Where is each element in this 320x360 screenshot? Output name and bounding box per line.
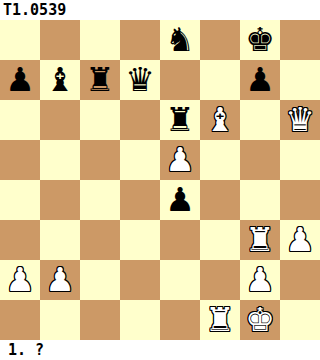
square-a3[interactable] [0, 220, 40, 260]
square-f4[interactable] [200, 180, 240, 220]
square-b4[interactable] [40, 180, 80, 220]
square-h5[interactable] [280, 140, 320, 180]
square-h8[interactable] [280, 20, 320, 60]
square-f8[interactable] [200, 20, 240, 60]
piece-black-knight[interactable]: ♞ [165, 20, 195, 60]
square-h4[interactable] [280, 180, 320, 220]
square-e3[interactable] [160, 220, 200, 260]
square-f7[interactable] [200, 60, 240, 100]
piece-white-pawn[interactable]: ♟ [165, 140, 195, 180]
square-c1[interactable] [80, 300, 120, 340]
square-b7[interactable]: ♝ [40, 60, 80, 100]
square-b1[interactable] [40, 300, 80, 340]
square-b3[interactable] [40, 220, 80, 260]
square-a6[interactable] [0, 100, 40, 140]
square-d2[interactable] [120, 260, 160, 300]
piece-black-queen[interactable]: ♛ [125, 60, 155, 100]
square-e2[interactable] [160, 260, 200, 300]
square-g7[interactable]: ♟ [240, 60, 280, 100]
square-e5[interactable]: ♟ [160, 140, 200, 180]
piece-white-rook[interactable]: ♜ [205, 300, 235, 340]
piece-white-rook[interactable]: ♜ [245, 220, 275, 260]
square-d1[interactable] [120, 300, 160, 340]
piece-black-pawn[interactable]: ♟ [5, 60, 35, 100]
square-g1[interactable]: ♚ [240, 300, 280, 340]
piece-black-bishop[interactable]: ♝ [45, 60, 75, 100]
square-g2[interactable]: ♟ [240, 260, 280, 300]
piece-white-queen[interactable]: ♛ [285, 100, 315, 140]
piece-white-pawn[interactable]: ♟ [5, 260, 35, 300]
square-f5[interactable] [200, 140, 240, 180]
square-b5[interactable] [40, 140, 80, 180]
square-a7[interactable]: ♟ [0, 60, 40, 100]
piece-black-rook[interactable]: ♜ [85, 60, 115, 100]
square-g3[interactable]: ♜ [240, 220, 280, 260]
square-d3[interactable] [120, 220, 160, 260]
square-f3[interactable] [200, 220, 240, 260]
piece-white-pawn[interactable]: ♟ [285, 220, 315, 260]
square-a8[interactable] [0, 20, 40, 60]
square-g6[interactable] [240, 100, 280, 140]
square-e7[interactable] [160, 60, 200, 100]
square-d5[interactable] [120, 140, 160, 180]
square-g5[interactable] [240, 140, 280, 180]
square-e4[interactable]: ♟ [160, 180, 200, 220]
puzzle-window: T1.0539 ♞♚♟♝♜♛♟♜♝♛♟♟♜♟♟♟♟♜♚ 1. ? [0, 0, 320, 360]
square-e6[interactable]: ♜ [160, 100, 200, 140]
puzzle-title: T1.0539 [0, 0, 320, 20]
piece-white-bishop[interactable]: ♝ [205, 100, 235, 140]
square-b8[interactable] [40, 20, 80, 60]
square-d6[interactable] [120, 100, 160, 140]
square-c5[interactable] [80, 140, 120, 180]
square-h7[interactable] [280, 60, 320, 100]
square-h2[interactable] [280, 260, 320, 300]
move-prompt: 1. ? [0, 340, 320, 360]
square-a2[interactable]: ♟ [0, 260, 40, 300]
piece-white-pawn[interactable]: ♟ [45, 260, 75, 300]
square-c3[interactable] [80, 220, 120, 260]
square-e8[interactable]: ♞ [160, 20, 200, 60]
square-a1[interactable] [0, 300, 40, 340]
square-a4[interactable] [0, 180, 40, 220]
square-e1[interactable] [160, 300, 200, 340]
square-a5[interactable] [0, 140, 40, 180]
piece-white-king[interactable]: ♚ [245, 300, 275, 340]
square-h1[interactable] [280, 300, 320, 340]
square-c7[interactable]: ♜ [80, 60, 120, 100]
square-h6[interactable]: ♛ [280, 100, 320, 140]
piece-black-pawn[interactable]: ♟ [245, 60, 275, 100]
square-c6[interactable] [80, 100, 120, 140]
square-g4[interactable] [240, 180, 280, 220]
square-f2[interactable] [200, 260, 240, 300]
square-f1[interactable]: ♜ [200, 300, 240, 340]
square-h3[interactable]: ♟ [280, 220, 320, 260]
piece-black-king[interactable]: ♚ [245, 20, 275, 60]
square-c2[interactable] [80, 260, 120, 300]
square-d4[interactable] [120, 180, 160, 220]
piece-white-pawn[interactable]: ♟ [245, 260, 275, 300]
piece-black-pawn[interactable]: ♟ [165, 180, 195, 220]
chess-board: ♞♚♟♝♜♛♟♜♝♛♟♟♜♟♟♟♟♜♚ [0, 20, 320, 340]
square-b2[interactable]: ♟ [40, 260, 80, 300]
square-c4[interactable] [80, 180, 120, 220]
square-d8[interactable] [120, 20, 160, 60]
square-g8[interactable]: ♚ [240, 20, 280, 60]
square-b6[interactable] [40, 100, 80, 140]
piece-black-rook[interactable]: ♜ [165, 100, 195, 140]
square-d7[interactable]: ♛ [120, 60, 160, 100]
square-c8[interactable] [80, 20, 120, 60]
square-f6[interactable]: ♝ [200, 100, 240, 140]
